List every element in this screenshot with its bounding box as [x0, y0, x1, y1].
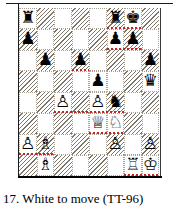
square-h7[interactable] — [142, 29, 160, 50]
white-bishop-b2: ♗ — [38, 133, 53, 154]
square-h3[interactable] — [142, 113, 160, 134]
square-a3[interactable] — [19, 113, 37, 134]
board-bottom-border — [18, 176, 162, 178]
black-pawn-h6: ♟ — [143, 49, 158, 70]
black-knight-f4: ♞ — [108, 91, 123, 112]
square-f5[interactable] — [107, 71, 125, 92]
square-b7[interactable] — [37, 29, 55, 50]
black-pawn-f7: ♟ — [108, 28, 123, 49]
square-c5[interactable] — [54, 71, 72, 92]
spellcheck-squiggle — [89, 132, 124, 134]
square-f8[interactable]: ♜ — [107, 8, 125, 29]
square-g3[interactable] — [124, 113, 142, 134]
black-pawn-e5: ♟ — [90, 70, 105, 91]
white-pawn-c4: ♙ — [55, 91, 70, 112]
square-g7[interactable]: ♟ — [124, 29, 142, 50]
square-h4[interactable] — [142, 92, 160, 113]
square-a5[interactable] — [19, 71, 37, 92]
square-f6[interactable] — [107, 50, 125, 71]
square-a2[interactable]: ♙ — [19, 134, 37, 155]
square-e6[interactable] — [89, 50, 107, 71]
black-pawn-d6: ♟ — [73, 49, 88, 70]
square-a6[interactable] — [19, 50, 37, 71]
square-b5[interactable] — [37, 71, 55, 92]
square-c3[interactable] — [54, 113, 72, 134]
square-d6[interactable]: ♟ — [72, 50, 90, 71]
spellcheck-squiggle — [124, 174, 159, 176]
square-d3[interactable] — [72, 113, 90, 134]
square-b4[interactable] — [37, 92, 55, 113]
top-rule-line — [6, 3, 173, 4]
square-a1[interactable] — [19, 155, 37, 176]
square-c2[interactable] — [54, 134, 72, 155]
black-king-g8: ♚ — [125, 7, 140, 28]
square-b1[interactable]: ♗ — [37, 155, 55, 176]
square-c7[interactable] — [54, 29, 72, 50]
square-h5[interactable]: ♛ — [142, 71, 160, 92]
square-e5[interactable]: ♟ — [89, 71, 107, 92]
white-pawn-f2: ♙ — [108, 133, 123, 154]
square-g2[interactable] — [124, 134, 142, 155]
black-pawn-a7: ♟ — [20, 28, 35, 49]
square-c8[interactable] — [54, 8, 72, 29]
black-queen-h5: ♛ — [143, 70, 158, 91]
spellcheck-squiggle — [72, 69, 90, 71]
black-pawn-b6: ♟ — [38, 49, 53, 70]
white-pawn-e4: ♙ — [90, 91, 105, 112]
white-queen-e3: ♕ — [90, 112, 105, 133]
square-e4[interactable]: ♙ — [89, 92, 107, 113]
square-b6[interactable]: ♟ — [37, 50, 55, 71]
square-e8[interactable] — [89, 8, 107, 29]
white-knight-f3: ♘ — [108, 112, 123, 133]
square-d7[interactable] — [72, 29, 90, 50]
square-g6[interactable] — [124, 50, 142, 71]
square-f3[interactable]: ♘ — [107, 113, 125, 134]
spellcheck-squiggle — [19, 153, 54, 155]
square-h8[interactable] — [142, 8, 160, 29]
diagram-caption: 17. White to move (TT-96) — [3, 191, 177, 207]
spellcheck-squiggle — [107, 27, 142, 29]
square-a4[interactable] — [19, 92, 37, 113]
square-a7[interactable]: ♟ — [19, 29, 37, 50]
square-g8[interactable]: ♚ — [124, 8, 142, 29]
square-e2[interactable] — [89, 134, 107, 155]
square-h6[interactable]: ♟ — [142, 50, 160, 71]
square-e7[interactable] — [89, 29, 107, 50]
square-a8[interactable]: ♜ — [19, 8, 37, 29]
square-f1[interactable] — [107, 155, 125, 176]
spellcheck-squiggle — [54, 111, 124, 113]
chess-diagram-page: ♜♜♚♟♟♟♟♟♟♟♛♙♙♞♕♘♙♗♙♙♗♖♔ 17. White to mov… — [0, 0, 179, 215]
white-king-h1: ♔ — [143, 154, 158, 175]
square-d4[interactable] — [72, 92, 90, 113]
square-b2[interactable]: ♗ — [37, 134, 55, 155]
square-e3[interactable]: ♕ — [89, 113, 107, 134]
square-c1[interactable] — [54, 155, 72, 176]
white-pawn-a2: ♙ — [20, 133, 35, 154]
square-d1[interactable] — [72, 155, 90, 176]
square-f4[interactable]: ♞ — [107, 92, 125, 113]
black-rook-a8: ♜ — [20, 7, 35, 28]
square-e1[interactable] — [89, 155, 107, 176]
square-g4[interactable] — [124, 92, 142, 113]
square-h1[interactable]: ♔ — [142, 155, 160, 176]
white-rook-g1: ♖ — [125, 154, 140, 175]
square-f7[interactable]: ♟ — [107, 29, 125, 50]
white-pawn-h2: ♙ — [143, 133, 158, 154]
square-g5[interactable] — [124, 71, 142, 92]
square-d5[interactable] — [72, 71, 90, 92]
square-b3[interactable] — [37, 113, 55, 134]
square-d8[interactable] — [72, 8, 90, 29]
square-c6[interactable] — [54, 50, 72, 71]
spellcheck-squiggle — [107, 48, 142, 50]
square-c4[interactable]: ♙ — [54, 92, 72, 113]
black-rook-f8: ♜ — [108, 7, 123, 28]
board-right-border — [160, 8, 161, 176]
black-pawn-g7: ♟ — [125, 28, 140, 49]
chess-board: ♜♜♚♟♟♟♟♟♟♟♛♙♙♞♕♘♙♗♙♙♗♖♔ — [19, 8, 159, 176]
square-h2[interactable]: ♙ — [142, 134, 160, 155]
square-f2[interactable]: ♙ — [107, 134, 125, 155]
square-b8[interactable] — [37, 8, 55, 29]
white-bishop-b1: ♗ — [38, 154, 53, 175]
square-g1[interactable]: ♖ — [124, 155, 142, 176]
square-d2[interactable] — [72, 134, 90, 155]
